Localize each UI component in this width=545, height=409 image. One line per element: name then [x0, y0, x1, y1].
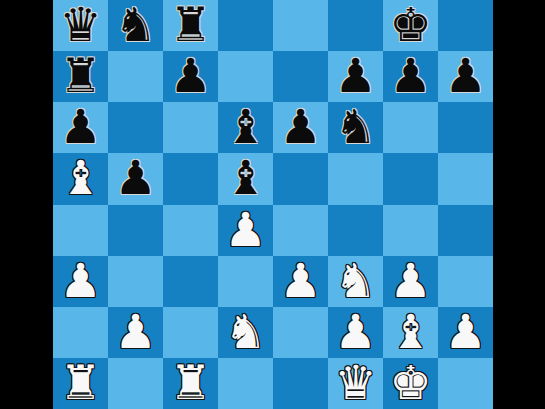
- square-e6[interactable]: ♟: [273, 102, 328, 153]
- square-d8[interactable]: [218, 0, 273, 51]
- white-pawn[interactable]: ♟: [444, 307, 486, 357]
- white-pawn[interactable]: ♟: [114, 307, 156, 357]
- black-rook[interactable]: ♜: [59, 51, 101, 101]
- square-h8[interactable]: [438, 0, 493, 51]
- square-h1[interactable]: [438, 358, 493, 409]
- square-e1[interactable]: [273, 358, 328, 409]
- square-g2[interactable]: ♝: [383, 307, 438, 358]
- black-pawn[interactable]: ♟: [279, 102, 321, 152]
- square-f6[interactable]: ♞: [328, 102, 383, 153]
- square-h4[interactable]: [438, 205, 493, 256]
- square-f2[interactable]: ♟: [328, 307, 383, 358]
- square-g8[interactable]: ♚: [383, 0, 438, 51]
- square-c1[interactable]: ♜: [163, 358, 218, 409]
- black-bishop[interactable]: ♝: [224, 102, 266, 152]
- black-pawn[interactable]: ♟: [114, 153, 156, 203]
- square-h3[interactable]: [438, 256, 493, 307]
- black-queen[interactable]: ♛: [59, 0, 101, 50]
- white-pawn[interactable]: ♟: [224, 205, 266, 255]
- white-queen[interactable]: ♛: [334, 358, 376, 408]
- square-d2[interactable]: ♞: [218, 307, 273, 358]
- square-a3[interactable]: ♟: [53, 256, 108, 307]
- square-a4[interactable]: [53, 205, 108, 256]
- video-frame: ♛♞♜♚♜♟♟♟♟♟♝♟♞♝♟♝♟♟♟♞♟♟♞♟♝♟♜♜♛♚: [0, 0, 545, 409]
- square-a8[interactable]: ♛: [53, 0, 108, 51]
- square-c8[interactable]: ♜: [163, 0, 218, 51]
- square-a1[interactable]: ♜: [53, 358, 108, 409]
- square-a6[interactable]: ♟: [53, 102, 108, 153]
- square-b1[interactable]: [108, 358, 163, 409]
- white-pawn[interactable]: ♟: [279, 256, 321, 306]
- square-d3[interactable]: [218, 256, 273, 307]
- black-pawn[interactable]: ♟: [59, 102, 101, 152]
- black-pawn[interactable]: ♟: [444, 51, 486, 101]
- square-e8[interactable]: [273, 0, 328, 51]
- square-e2[interactable]: [273, 307, 328, 358]
- square-h2[interactable]: ♟: [438, 307, 493, 358]
- square-c4[interactable]: [163, 205, 218, 256]
- square-d6[interactable]: ♝: [218, 102, 273, 153]
- square-b7[interactable]: [108, 51, 163, 102]
- black-pawn[interactable]: ♟: [169, 51, 211, 101]
- black-king[interactable]: ♚: [389, 0, 431, 50]
- square-g1[interactable]: ♚: [383, 358, 438, 409]
- white-pawn[interactable]: ♟: [389, 256, 431, 306]
- square-b5[interactable]: ♟: [108, 153, 163, 204]
- square-h6[interactable]: [438, 102, 493, 153]
- square-e4[interactable]: [273, 205, 328, 256]
- square-g4[interactable]: [383, 205, 438, 256]
- square-b8[interactable]: ♞: [108, 0, 163, 51]
- square-d5[interactable]: ♝: [218, 153, 273, 204]
- white-king[interactable]: ♚: [389, 358, 431, 408]
- square-h7[interactable]: ♟: [438, 51, 493, 102]
- square-g6[interactable]: [383, 102, 438, 153]
- black-pawn[interactable]: ♟: [334, 51, 376, 101]
- square-a2[interactable]: [53, 307, 108, 358]
- square-b4[interactable]: [108, 205, 163, 256]
- white-rook[interactable]: ♜: [59, 358, 101, 408]
- black-rook[interactable]: ♜: [169, 0, 211, 50]
- black-knight[interactable]: ♞: [334, 102, 376, 152]
- letterbox-left: [0, 0, 53, 409]
- square-d1[interactable]: [218, 358, 273, 409]
- square-c3[interactable]: [163, 256, 218, 307]
- square-f8[interactable]: [328, 0, 383, 51]
- square-g3[interactable]: ♟: [383, 256, 438, 307]
- square-d4[interactable]: ♟: [218, 205, 273, 256]
- square-f1[interactable]: ♛: [328, 358, 383, 409]
- black-bishop[interactable]: ♝: [224, 153, 266, 203]
- square-f4[interactable]: [328, 205, 383, 256]
- square-g5[interactable]: [383, 153, 438, 204]
- white-pawn[interactable]: ♟: [59, 256, 101, 306]
- white-knight[interactable]: ♞: [334, 256, 376, 306]
- square-b3[interactable]: [108, 256, 163, 307]
- square-a7[interactable]: ♜: [53, 51, 108, 102]
- square-d7[interactable]: [218, 51, 273, 102]
- chess-board: ♛♞♜♚♜♟♟♟♟♟♝♟♞♝♟♝♟♟♟♞♟♟♞♟♝♟♜♜♛♚: [53, 0, 493, 409]
- white-pawn[interactable]: ♟: [334, 307, 376, 357]
- square-e3[interactable]: ♟: [273, 256, 328, 307]
- square-g7[interactable]: ♟: [383, 51, 438, 102]
- white-bishop[interactable]: ♝: [389, 307, 431, 357]
- white-rook[interactable]: ♜: [169, 358, 211, 408]
- square-c6[interactable]: [163, 102, 218, 153]
- black-knight[interactable]: ♞: [114, 0, 156, 50]
- square-c5[interactable]: [163, 153, 218, 204]
- black-pawn[interactable]: ♟: [389, 51, 431, 101]
- square-e7[interactable]: [273, 51, 328, 102]
- square-f5[interactable]: [328, 153, 383, 204]
- square-f7[interactable]: ♟: [328, 51, 383, 102]
- white-knight[interactable]: ♞: [224, 307, 266, 357]
- white-bishop[interactable]: ♝: [59, 153, 101, 203]
- square-b2[interactable]: ♟: [108, 307, 163, 358]
- square-a5[interactable]: ♝: [53, 153, 108, 204]
- square-c2[interactable]: [163, 307, 218, 358]
- square-h5[interactable]: [438, 153, 493, 204]
- letterbox-right: [493, 0, 545, 409]
- square-c7[interactable]: ♟: [163, 51, 218, 102]
- square-f3[interactable]: ♞: [328, 256, 383, 307]
- square-e5[interactable]: [273, 153, 328, 204]
- square-b6[interactable]: [108, 102, 163, 153]
